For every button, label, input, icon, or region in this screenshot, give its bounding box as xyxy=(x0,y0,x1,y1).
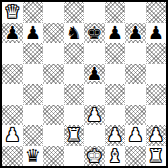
square-a2[interactable]: ♟ xyxy=(2,125,23,146)
white-pawn-piece: ♟ xyxy=(86,106,102,124)
square-d2[interactable]: ♜ xyxy=(64,125,85,146)
square-c5[interactable] xyxy=(43,64,64,85)
square-g3[interactable] xyxy=(125,105,146,126)
square-h7[interactable]: ♟ xyxy=(146,23,167,44)
square-g7[interactable]: ♟ xyxy=(125,23,146,44)
square-a5[interactable] xyxy=(2,64,23,85)
black-knight-piece: ♞ xyxy=(66,24,82,42)
chess-diagram: ♛♟♟♞♚♟♟♟♟♟♟♜♟♟♟♛♚♝♜ xyxy=(0,0,168,168)
black-pawn-piece: ♟ xyxy=(107,24,123,42)
white-pawn-piece: ♟ xyxy=(127,126,143,144)
square-e4[interactable] xyxy=(84,84,105,105)
square-d6[interactable] xyxy=(64,43,85,64)
square-c2[interactable] xyxy=(43,125,64,146)
square-h6[interactable] xyxy=(146,43,167,64)
square-b2[interactable] xyxy=(23,125,44,146)
square-d1[interactable] xyxy=(64,146,85,167)
square-c6[interactable] xyxy=(43,43,64,64)
square-a6[interactable] xyxy=(2,43,23,64)
black-pawn-piece: ♟ xyxy=(25,24,41,42)
square-f3[interactable] xyxy=(105,105,126,126)
square-f8[interactable] xyxy=(105,2,126,23)
square-b5[interactable] xyxy=(23,64,44,85)
square-f7[interactable]: ♟ xyxy=(105,23,126,44)
white-pawn-piece: ♟ xyxy=(4,126,20,144)
square-f5[interactable] xyxy=(105,64,126,85)
square-h2[interactable]: ♟ xyxy=(146,125,167,146)
square-f1[interactable]: ♝ xyxy=(105,146,126,167)
white-king-piece: ♚ xyxy=(86,147,102,165)
white-rook-piece: ♜ xyxy=(148,147,164,165)
square-f4[interactable] xyxy=(105,84,126,105)
square-e7[interactable]: ♚ xyxy=(84,23,105,44)
white-bishop-piece: ♝ xyxy=(107,147,123,165)
square-e6[interactable] xyxy=(84,43,105,64)
square-c7[interactable] xyxy=(43,23,64,44)
square-h5[interactable] xyxy=(146,64,167,85)
square-f2[interactable]: ♟ xyxy=(105,125,126,146)
square-g8[interactable] xyxy=(125,2,146,23)
square-a7[interactable]: ♟ xyxy=(2,23,23,44)
black-pawn-piece: ♟ xyxy=(86,65,102,83)
white-rook-piece: ♜ xyxy=(66,126,82,144)
square-h3[interactable] xyxy=(146,105,167,126)
chess-board: ♛♟♟♞♚♟♟♟♟♟♟♜♟♟♟♛♚♝♜ xyxy=(0,0,168,168)
black-pawn-piece: ♟ xyxy=(127,24,143,42)
square-d7[interactable]: ♞ xyxy=(64,23,85,44)
square-b8[interactable] xyxy=(23,2,44,23)
square-f6[interactable] xyxy=(105,43,126,64)
square-d3[interactable] xyxy=(64,105,85,126)
square-a3[interactable] xyxy=(2,105,23,126)
square-g6[interactable] xyxy=(125,43,146,64)
square-g1[interactable] xyxy=(125,146,146,167)
square-e8[interactable] xyxy=(84,2,105,23)
square-h1[interactable]: ♜ xyxy=(146,146,167,167)
square-h8[interactable] xyxy=(146,2,167,23)
square-g5[interactable] xyxy=(125,64,146,85)
square-c1[interactable] xyxy=(43,146,64,167)
square-a4[interactable] xyxy=(2,84,23,105)
square-d4[interactable] xyxy=(64,84,85,105)
square-h4[interactable] xyxy=(146,84,167,105)
square-b1[interactable]: ♛ xyxy=(23,146,44,167)
square-a1[interactable] xyxy=(2,146,23,167)
square-e5[interactable]: ♟ xyxy=(84,64,105,85)
square-b3[interactable] xyxy=(23,105,44,126)
square-b4[interactable] xyxy=(23,84,44,105)
square-c3[interactable] xyxy=(43,105,64,126)
white-queen-piece: ♛ xyxy=(4,3,20,21)
black-pawn-piece: ♟ xyxy=(148,24,164,42)
square-c4[interactable] xyxy=(43,84,64,105)
square-d5[interactable] xyxy=(64,64,85,85)
square-g4[interactable] xyxy=(125,84,146,105)
square-c8[interactable] xyxy=(43,2,64,23)
square-b7[interactable]: ♟ xyxy=(23,23,44,44)
white-pawn-piece: ♟ xyxy=(148,126,164,144)
square-e1[interactable]: ♚ xyxy=(84,146,105,167)
square-e3[interactable]: ♟ xyxy=(84,105,105,126)
black-king-piece: ♚ xyxy=(86,24,102,42)
square-d8[interactable] xyxy=(64,2,85,23)
square-b6[interactable] xyxy=(23,43,44,64)
square-a8[interactable]: ♛ xyxy=(2,2,23,23)
square-g2[interactable]: ♟ xyxy=(125,125,146,146)
white-pawn-piece: ♟ xyxy=(107,126,123,144)
black-pawn-piece: ♟ xyxy=(4,24,20,42)
black-queen-piece: ♛ xyxy=(25,147,41,165)
square-e2[interactable] xyxy=(84,125,105,146)
